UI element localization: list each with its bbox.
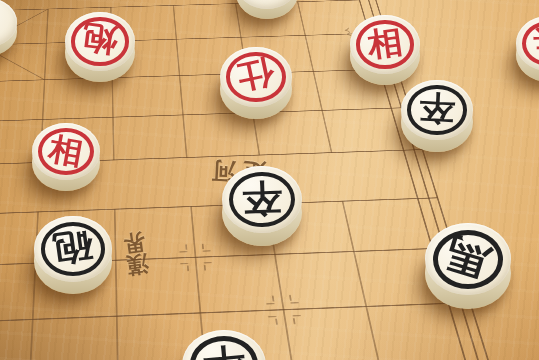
piece-face: 仕 [220,47,292,107]
piece-glyph-black-piece-cut-by-bottom-edge: 卒 [201,343,246,360]
piece-face: 馬 [425,223,511,295]
piece-face: 相 [350,15,420,74]
piece-white-left-sliver[interactable] [0,0,17,56]
pieces-layer: 炮仕相相兵卒卒砲馬卒 [0,0,539,360]
piece-face: 砲 [34,216,112,282]
piece-black-soldier-2[interactable]: 卒 [222,166,302,246]
piece-glyph-red-elephant: 相 [365,25,404,62]
piece-glyph-black-soldier: 卒 [241,179,282,217]
piece-black-horse[interactable]: 馬 [425,223,511,309]
piece-red-elephant-2[interactable]: 相 [32,123,100,191]
piece-glyph-black-soldier: 卒 [418,91,456,126]
piece-glyph-black-cannon: 砲 [51,227,95,268]
piece-black-cannon[interactable]: 砲 [34,216,112,294]
piece-red-cannon[interactable]: 炮 [65,12,135,82]
piece-black-soldier-1[interactable]: 卒 [401,80,473,152]
xiangqi-photo-scene: 楚河漢界〻〻 炮仕相相兵卒卒砲馬卒 [0,0,539,360]
piece-black-bottom[interactable]: 卒 [182,330,266,360]
piece-glyph-red-advisor: 仕 [235,56,277,96]
piece-red-advisor[interactable]: 仕 [220,47,292,119]
piece-face: 相 [32,123,100,180]
piece-glyph-red-elephant: 相 [47,132,86,169]
piece-face: 卒 [222,166,302,233]
piece-white-top-sliver[interactable] [236,0,298,19]
piece-face: 炮 [65,12,135,71]
piece-red-edge[interactable]: 兵 [516,16,539,82]
piece-glyph-red-cannon: 炮 [81,22,120,58]
piece-glyph-red-piece-cut-by-right-edge: 兵 [533,27,539,57]
piece-face: 卒 [401,80,473,140]
piece-red-elephant-1[interactable]: 相 [350,15,420,85]
piece-face: 卒 [182,330,266,360]
